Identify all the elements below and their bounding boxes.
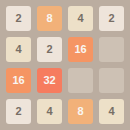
tile-32-r3c2: 32 (37, 68, 62, 93)
2048-board[interactable]: 2842421616322484 (0, 0, 130, 130)
empty-cell-r3c4 (99, 68, 124, 93)
tile-16-r3c1: 16 (6, 68, 31, 93)
tile-2-r2c2: 2 (37, 37, 62, 62)
tile-16-r2c3: 16 (68, 37, 93, 62)
tile-2-r1c4: 2 (99, 6, 124, 31)
tile-4-r2c1: 4 (6, 37, 31, 62)
tile-4-r1c3: 4 (68, 6, 93, 31)
empty-cell-r2c4 (99, 37, 124, 62)
tile-4-r4c2: 4 (37, 99, 62, 124)
tile-2-r4c1: 2 (6, 99, 31, 124)
tile-8-r1c2: 8 (37, 6, 62, 31)
tile-4-r4c4: 4 (99, 99, 124, 124)
empty-cell-r3c3 (68, 68, 93, 93)
tile-2-r1c1: 2 (6, 6, 31, 31)
tile-8-r4c3: 8 (68, 99, 93, 124)
